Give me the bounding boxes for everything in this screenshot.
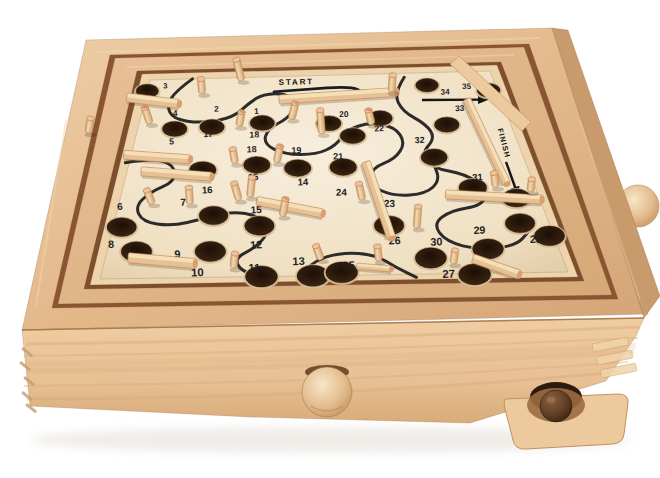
hole-number-14: 14 bbox=[297, 176, 309, 187]
hole-pit bbox=[284, 160, 311, 177]
ball-highlight bbox=[547, 397, 556, 403]
hole-pit bbox=[297, 265, 329, 286]
hole-number-19: 19 bbox=[291, 145, 301, 155]
peg-rotated bbox=[185, 185, 194, 204]
hole-number-27: 27 bbox=[442, 268, 455, 280]
peg-end-grain bbox=[373, 243, 381, 249]
hole-number-29: 29 bbox=[473, 223, 485, 235]
peg-end-grain bbox=[197, 76, 205, 82]
hole-pit bbox=[505, 214, 535, 233]
maze-hole bbox=[338, 127, 367, 146]
peg-end-grain bbox=[389, 72, 397, 78]
hole-pit bbox=[340, 128, 365, 143]
peg-shadow bbox=[318, 133, 330, 138]
peg-shadow bbox=[527, 191, 539, 196]
peg-shadow bbox=[375, 260, 387, 265]
hole-pit bbox=[435, 117, 460, 132]
wooden-ball bbox=[540, 390, 572, 422]
peg-end-grain bbox=[414, 204, 422, 210]
peg-end-grain bbox=[231, 251, 239, 257]
maze-hole bbox=[197, 205, 230, 227]
peg-body bbox=[317, 109, 326, 133]
hole-number-34: 34 bbox=[440, 87, 450, 96]
hole-number-16: 16 bbox=[202, 184, 214, 195]
hole-pit bbox=[162, 121, 187, 136]
maze-hole bbox=[413, 247, 448, 271]
hole-number-17: 17 bbox=[203, 129, 213, 139]
peg-end-grain bbox=[248, 175, 256, 181]
hole-number-28: 28 bbox=[530, 233, 542, 245]
wooden-labyrinth-game: Wooden labyrinth marble maze with two ti… bbox=[0, 0, 660, 478]
scene-svg: STARTFINISH34215171818192022212414151615… bbox=[0, 0, 660, 478]
start-label: START bbox=[279, 77, 314, 87]
hole-number-5: 5 bbox=[169, 136, 174, 146]
hole-pit bbox=[199, 206, 228, 225]
maze-hole bbox=[433, 116, 462, 134]
hole-pit bbox=[245, 216, 274, 235]
hole-pit bbox=[415, 248, 446, 268]
hole-number-2: 2 bbox=[214, 105, 219, 114]
maze-hole bbox=[414, 77, 441, 94]
hole-number-21: 21 bbox=[333, 151, 343, 161]
hole-number-13: 13 bbox=[292, 255, 305, 267]
peg-shadow bbox=[186, 204, 198, 209]
peg-shadow bbox=[492, 187, 504, 192]
peg-rotated bbox=[197, 76, 206, 94]
maze-hole bbox=[503, 213, 537, 235]
hole-number-11: 11 bbox=[248, 261, 260, 273]
maze-hole bbox=[193, 240, 228, 263]
hole-number-31: 31 bbox=[472, 171, 484, 182]
peg-end-grain bbox=[185, 185, 193, 191]
hole-number-3: 3 bbox=[163, 81, 168, 90]
maze-hole bbox=[160, 120, 189, 138]
maze-hole bbox=[105, 217, 138, 239]
hole-pit bbox=[416, 78, 439, 91]
hole-number-18: 18 bbox=[249, 129, 259, 139]
hole-number-8: 8 bbox=[108, 238, 114, 250]
peg-shadow bbox=[230, 268, 242, 273]
hole-number-7: 7 bbox=[180, 197, 186, 208]
hole-number-1: 1 bbox=[254, 107, 259, 116]
peg-end-grain bbox=[528, 176, 536, 182]
hole-pit bbox=[250, 115, 274, 130]
peg-shadow bbox=[198, 93, 210, 98]
hole-number-32: 32 bbox=[414, 135, 424, 145]
hole-number-25: 25 bbox=[342, 259, 355, 271]
hole-pit bbox=[107, 218, 136, 237]
peg-end-grain bbox=[316, 107, 324, 113]
hole-number-12: 12 bbox=[250, 238, 262, 250]
peg-rotated bbox=[388, 72, 397, 91]
hole-number-30: 30 bbox=[430, 235, 442, 247]
hole-number-24: 24 bbox=[336, 186, 348, 197]
hole-number-18: 18 bbox=[247, 144, 257, 154]
hole-number-20: 20 bbox=[339, 109, 349, 119]
maze-hole bbox=[243, 215, 276, 237]
hole-pit bbox=[421, 149, 447, 165]
peg-shadow bbox=[413, 228, 425, 233]
hole-pit bbox=[195, 241, 226, 261]
hole-number-6: 6 bbox=[117, 201, 123, 212]
front-tilt-knob bbox=[302, 367, 352, 417]
peg-shadow bbox=[246, 197, 258, 202]
peg-shadow bbox=[388, 91, 400, 96]
maze-hole bbox=[419, 148, 449, 168]
